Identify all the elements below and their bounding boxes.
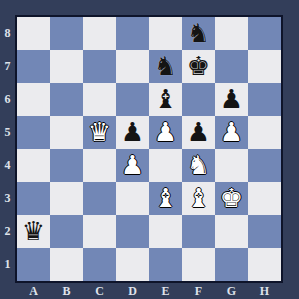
square-g1[interactable] <box>215 248 248 281</box>
file-labels: ABCDEFGH <box>17 283 281 299</box>
chess-board: ♞♞♚♝♟♛♟♟♟♟♟♞♝♝♚♛ <box>15 15 283 283</box>
rank-label-7: 7 <box>0 50 15 83</box>
file-label-g: G <box>215 283 248 299</box>
square-a4[interactable] <box>17 149 50 182</box>
square-g7[interactable] <box>215 50 248 83</box>
square-b2[interactable] <box>50 215 83 248</box>
square-a7[interactable] <box>17 50 50 83</box>
square-c6[interactable] <box>83 83 116 116</box>
black-pawn[interactable]: ♟ <box>220 83 243 116</box>
square-h3[interactable] <box>248 182 281 215</box>
square-g3[interactable]: ♚ <box>215 182 248 215</box>
chess-diagram: 87654321 ♞♞♚♝♟♛♟♟♟♟♟♞♝♝♚♛ ABCDEFGH <box>0 0 299 299</box>
black-knight[interactable]: ♞ <box>187 17 210 50</box>
square-d4[interactable]: ♟ <box>116 149 149 182</box>
square-g2[interactable] <box>215 215 248 248</box>
square-f2[interactable] <box>182 215 215 248</box>
white-pawn[interactable]: ♟ <box>220 116 243 149</box>
file-label-d: D <box>116 283 149 299</box>
black-knight[interactable]: ♞ <box>154 50 177 83</box>
square-f4[interactable]: ♞ <box>182 149 215 182</box>
square-d5[interactable]: ♟ <box>116 116 149 149</box>
white-knight[interactable]: ♞ <box>187 149 210 182</box>
rank-label-8: 8 <box>0 17 15 50</box>
white-bishop[interactable]: ♝ <box>187 182 210 215</box>
black-king[interactable]: ♚ <box>187 50 210 83</box>
square-e4[interactable] <box>149 149 182 182</box>
square-c2[interactable] <box>83 215 116 248</box>
rank-label-1: 1 <box>0 248 15 281</box>
square-d2[interactable] <box>116 215 149 248</box>
square-g6[interactable]: ♟ <box>215 83 248 116</box>
square-g5[interactable]: ♟ <box>215 116 248 149</box>
square-d6[interactable] <box>116 83 149 116</box>
white-queen[interactable]: ♛ <box>88 116 111 149</box>
square-b8[interactable] <box>50 17 83 50</box>
square-h5[interactable] <box>248 116 281 149</box>
square-e3[interactable]: ♝ <box>149 182 182 215</box>
square-e1[interactable] <box>149 248 182 281</box>
square-b6[interactable] <box>50 83 83 116</box>
square-d8[interactable] <box>116 17 149 50</box>
white-pawn[interactable]: ♟ <box>121 149 144 182</box>
square-e7[interactable]: ♞ <box>149 50 182 83</box>
file-label-c: C <box>83 283 116 299</box>
square-a6[interactable] <box>17 83 50 116</box>
square-c8[interactable] <box>83 17 116 50</box>
square-f3[interactable]: ♝ <box>182 182 215 215</box>
rank-label-6: 6 <box>0 83 15 116</box>
rank-labels: 87654321 <box>0 17 15 281</box>
file-label-h: H <box>248 283 281 299</box>
rank-label-3: 3 <box>0 182 15 215</box>
square-h8[interactable] <box>248 17 281 50</box>
square-b1[interactable] <box>50 248 83 281</box>
file-label-e: E <box>149 283 182 299</box>
black-pawn[interactable]: ♟ <box>121 116 144 149</box>
square-e2[interactable] <box>149 215 182 248</box>
square-e6[interactable]: ♝ <box>149 83 182 116</box>
square-f8[interactable]: ♞ <box>182 17 215 50</box>
square-e8[interactable] <box>149 17 182 50</box>
black-pawn[interactable]: ♟ <box>187 116 210 149</box>
square-f7[interactable]: ♚ <box>182 50 215 83</box>
square-a5[interactable] <box>17 116 50 149</box>
square-b4[interactable] <box>50 149 83 182</box>
black-bishop[interactable]: ♝ <box>154 83 177 116</box>
square-b5[interactable] <box>50 116 83 149</box>
black-queen[interactable]: ♛ <box>22 215 45 248</box>
white-bishop[interactable]: ♝ <box>154 182 177 215</box>
square-d1[interactable] <box>116 248 149 281</box>
square-f1[interactable] <box>182 248 215 281</box>
square-c4[interactable] <box>83 149 116 182</box>
square-c5[interactable]: ♛ <box>83 116 116 149</box>
file-label-a: A <box>17 283 50 299</box>
square-e5[interactable]: ♟ <box>149 116 182 149</box>
square-a8[interactable] <box>17 17 50 50</box>
rank-label-2: 2 <box>0 215 15 248</box>
square-h2[interactable] <box>248 215 281 248</box>
square-a2[interactable]: ♛ <box>17 215 50 248</box>
square-h4[interactable] <box>248 149 281 182</box>
square-h1[interactable] <box>248 248 281 281</box>
square-f5[interactable]: ♟ <box>182 116 215 149</box>
square-c7[interactable] <box>83 50 116 83</box>
rank-label-5: 5 <box>0 116 15 149</box>
square-f6[interactable] <box>182 83 215 116</box>
file-label-b: B <box>50 283 83 299</box>
square-c3[interactable] <box>83 182 116 215</box>
white-pawn[interactable]: ♟ <box>154 116 177 149</box>
square-b3[interactable] <box>50 182 83 215</box>
square-d3[interactable] <box>116 182 149 215</box>
square-g8[interactable] <box>215 17 248 50</box>
square-c1[interactable] <box>83 248 116 281</box>
white-king[interactable]: ♚ <box>220 182 243 215</box>
square-h7[interactable] <box>248 50 281 83</box>
square-g4[interactable] <box>215 149 248 182</box>
square-a3[interactable] <box>17 182 50 215</box>
file-label-f: F <box>182 283 215 299</box>
rank-label-4: 4 <box>0 149 15 182</box>
square-d7[interactable] <box>116 50 149 83</box>
square-b7[interactable] <box>50 50 83 83</box>
square-h6[interactable] <box>248 83 281 116</box>
square-a1[interactable] <box>17 248 50 281</box>
